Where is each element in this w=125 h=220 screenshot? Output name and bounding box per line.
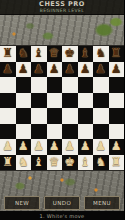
square-e7[interactable]: ♟	[62, 62, 78, 78]
piece-black-pawn: ♟	[80, 62, 91, 77]
piece-white-pawn: ♟	[49, 139, 60, 154]
square-c3[interactable]	[31, 124, 47, 140]
square-a6[interactable]	[0, 77, 16, 93]
square-c4[interactable]	[31, 108, 47, 124]
piece-black-bishop: ♝	[33, 46, 44, 61]
new-game-button[interactable]: NEW	[4, 196, 40, 210]
square-f2[interactable]: ♟	[78, 139, 94, 155]
square-f3[interactable]	[78, 124, 94, 140]
square-h6[interactable]	[109, 77, 125, 93]
menu-button[interactable]: MENU	[84, 196, 120, 210]
square-b2[interactable]: ♟	[16, 139, 32, 155]
piece-white-knight: ♞	[95, 155, 106, 170]
square-f7[interactable]: ♟	[78, 62, 94, 78]
square-c2[interactable]: ♟	[31, 139, 47, 155]
square-g1[interactable]: ♞	[93, 155, 109, 171]
square-h1[interactable]: ♜	[109, 155, 125, 171]
square-a1[interactable]: ♜	[0, 155, 16, 171]
piece-white-bishop: ♝	[80, 155, 91, 170]
piece-white-rook: ♜	[2, 155, 13, 170]
square-h5[interactable]	[109, 93, 125, 109]
square-h3[interactable]	[109, 124, 125, 140]
controls-bar: NEW UNDO MENU	[0, 196, 124, 210]
piece-black-pawn: ♟	[18, 62, 29, 77]
piece-black-bishop: ♝	[80, 46, 91, 61]
difficulty-level: BEGINNER LEVEL	[40, 8, 84, 13]
square-d4[interactable]	[47, 108, 63, 124]
square-h8[interactable]: ♜	[109, 46, 125, 62]
square-a2[interactable]: ♟	[0, 139, 16, 155]
square-b8[interactable]: ♞	[16, 46, 32, 62]
square-a7[interactable]: ♟	[0, 62, 16, 78]
square-c8[interactable]: ♝	[31, 46, 47, 62]
square-e2[interactable]: ♟	[62, 139, 78, 155]
square-c6[interactable]	[31, 77, 47, 93]
piece-black-pawn: ♟	[64, 62, 75, 77]
square-f4[interactable]	[78, 108, 94, 124]
square-d2[interactable]: ♟	[47, 139, 63, 155]
chess-app: CHESS PRO BEGINNER LEVEL ♜♞♝♛♚♝♞♜♟♟♟♟♟♟♟…	[0, 0, 124, 220]
square-d5[interactable]	[47, 93, 63, 109]
square-g7[interactable]: ♟	[93, 62, 109, 78]
app-title: CHESS PRO	[39, 1, 85, 8]
square-f8[interactable]: ♝	[78, 46, 94, 62]
piece-white-king: ♚	[64, 155, 75, 170]
square-c5[interactable]	[31, 93, 47, 109]
square-a4[interactable]	[0, 108, 16, 124]
square-g6[interactable]	[93, 77, 109, 93]
square-a5[interactable]	[0, 93, 16, 109]
square-f1[interactable]: ♝	[78, 155, 94, 171]
square-c1[interactable]: ♝	[31, 155, 47, 171]
piece-white-pawn: ♟	[18, 139, 29, 154]
piece-black-king: ♚	[64, 46, 75, 61]
square-e3[interactable]	[62, 124, 78, 140]
square-d7[interactable]: ♟	[47, 62, 63, 78]
piece-white-queen: ♛	[49, 155, 60, 170]
piece-black-knight: ♞	[18, 46, 29, 61]
square-e1[interactable]: ♚	[62, 155, 78, 171]
piece-white-pawn: ♟	[2, 139, 13, 154]
chess-board[interactable]: ♜♞♝♛♚♝♞♜♟♟♟♟♟♟♟♟♟♟♟♟♟♟♟♟♜♞♝♛♚♝♞♜	[0, 46, 124, 170]
square-d8[interactable]: ♛	[47, 46, 63, 62]
piece-white-pawn: ♟	[95, 139, 106, 154]
piece-black-rook: ♜	[111, 46, 122, 61]
square-h7[interactable]: ♟	[109, 62, 125, 78]
piece-black-queen: ♛	[49, 46, 60, 61]
piece-black-knight: ♞	[95, 46, 106, 61]
piece-black-pawn: ♟	[111, 62, 122, 77]
piece-white-bishop: ♝	[33, 155, 44, 170]
undo-button[interactable]: UNDO	[44, 196, 80, 210]
piece-black-pawn: ♟	[33, 62, 44, 77]
square-e4[interactable]	[62, 108, 78, 124]
square-c7[interactable]: ♟	[31, 62, 47, 78]
square-b3[interactable]	[16, 124, 32, 140]
square-g8[interactable]: ♞	[93, 46, 109, 62]
square-g4[interactable]	[93, 108, 109, 124]
square-g2[interactable]: ♟	[93, 139, 109, 155]
piece-black-pawn: ♟	[95, 62, 106, 77]
square-d6[interactable]	[47, 77, 63, 93]
square-f5[interactable]	[78, 93, 94, 109]
square-g5[interactable]	[93, 93, 109, 109]
square-h4[interactable]	[109, 108, 125, 124]
piece-black-rook: ♜	[2, 46, 13, 61]
app-header: CHESS PRO BEGINNER LEVEL	[0, 0, 124, 15]
piece-white-knight: ♞	[18, 155, 29, 170]
square-d3[interactable]	[47, 124, 63, 140]
square-b4[interactable]	[16, 108, 32, 124]
square-b7[interactable]: ♟	[16, 62, 32, 78]
square-e6[interactable]	[62, 77, 78, 93]
move-status-text: 1. White's move	[40, 213, 85, 219]
square-d1[interactable]: ♛	[47, 155, 63, 171]
piece-white-rook: ♜	[111, 155, 122, 170]
square-h2[interactable]: ♟	[109, 139, 125, 155]
status-bar: 1. White's move	[0, 211, 124, 220]
square-g3[interactable]	[93, 124, 109, 140]
square-a8[interactable]: ♜	[0, 46, 16, 62]
square-b1[interactable]: ♞	[16, 155, 32, 171]
square-b6[interactable]	[16, 77, 32, 93]
piece-white-pawn: ♟	[33, 139, 44, 154]
piece-white-pawn: ♟	[80, 139, 91, 154]
square-a3[interactable]	[0, 124, 16, 140]
piece-white-pawn: ♟	[64, 139, 75, 154]
piece-white-pawn: ♟	[111, 139, 122, 154]
piece-black-pawn: ♟	[49, 62, 60, 77]
square-e5[interactable]	[62, 93, 78, 109]
square-e8[interactable]: ♚	[62, 46, 78, 62]
piece-black-pawn: ♟	[2, 62, 13, 77]
square-f6[interactable]	[78, 77, 94, 93]
square-b5[interactable]	[16, 93, 32, 109]
